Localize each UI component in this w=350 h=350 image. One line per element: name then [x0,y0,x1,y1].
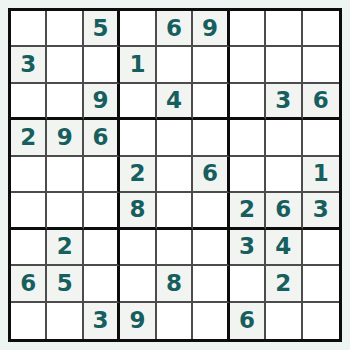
cell-r3c3: 9 [84,84,120,120]
cell-r8c1: 6 [11,266,47,302]
sudoku-board-container: 56931943629626182632346582396 [8,8,342,342]
cell-r4c9[interactable] [303,120,339,156]
cell-r5c6: 6 [193,157,229,193]
cell-r7c7: 3 [230,230,266,266]
cell-r1c2[interactable] [47,11,83,47]
cell-r7c4[interactable] [120,230,156,266]
cell-r4c2: 9 [47,120,83,156]
cell-r9c7: 6 [230,303,266,339]
cell-r4c4[interactable] [120,120,156,156]
cell-r1c8[interactable] [266,11,302,47]
cell-r4c5[interactable] [157,120,193,156]
cell-r5c4: 2 [120,157,156,193]
cell-r6c9: 3 [303,193,339,229]
cell-r9c2[interactable] [47,303,83,339]
cell-r9c4: 9 [120,303,156,339]
cell-r2c2[interactable] [47,47,83,83]
cell-r3c6[interactable] [193,84,229,120]
cell-r6c8: 6 [266,193,302,229]
cell-r1c9[interactable] [303,11,339,47]
cell-r8c3[interactable] [84,266,120,302]
cell-r8c7[interactable] [230,266,266,302]
cell-r6c3[interactable] [84,193,120,229]
cell-r6c4: 8 [120,193,156,229]
cell-r2c3[interactable] [84,47,120,83]
cell-r9c9[interactable] [303,303,339,339]
cell-r1c6: 9 [193,11,229,47]
cell-r2c7[interactable] [230,47,266,83]
cell-r2c9[interactable] [303,47,339,83]
cell-r4c1: 2 [11,120,47,156]
cell-r1c7[interactable] [230,11,266,47]
cell-r6c7: 2 [230,193,266,229]
cell-r6c1[interactable] [11,193,47,229]
cell-r7c5[interactable] [157,230,193,266]
cell-r5c3[interactable] [84,157,120,193]
cell-r3c8: 3 [266,84,302,120]
cell-r4c3: 6 [84,120,120,156]
cell-r4c6[interactable] [193,120,229,156]
cell-r3c9: 6 [303,84,339,120]
cell-r3c5: 4 [157,84,193,120]
cell-r3c7[interactable] [230,84,266,120]
cell-r8c5: 8 [157,266,193,302]
cell-r8c9[interactable] [303,266,339,302]
cell-r1c4[interactable] [120,11,156,47]
cell-r5c2[interactable] [47,157,83,193]
cell-r6c6[interactable] [193,193,229,229]
cell-r2c1: 3 [11,47,47,83]
cell-r5c5[interactable] [157,157,193,193]
cell-r8c6[interactable] [193,266,229,302]
cell-r3c1[interactable] [11,84,47,120]
cell-r5c7[interactable] [230,157,266,193]
sudoku-board: 56931943629626182632346582396 [8,8,342,342]
cell-r2c8[interactable] [266,47,302,83]
cell-r4c7[interactable] [230,120,266,156]
cell-r2c4: 1 [120,47,156,83]
cell-r7c1[interactable] [11,230,47,266]
cell-r8c8: 2 [266,266,302,302]
cell-r8c4[interactable] [120,266,156,302]
cell-r9c1[interactable] [11,303,47,339]
cell-r4c8[interactable] [266,120,302,156]
cell-r7c3[interactable] [84,230,120,266]
cell-r3c2[interactable] [47,84,83,120]
cell-r8c2: 5 [47,266,83,302]
cell-r9c6[interactable] [193,303,229,339]
cell-r9c3: 3 [84,303,120,339]
cell-r7c6[interactable] [193,230,229,266]
cell-r2c6[interactable] [193,47,229,83]
cell-r5c8[interactable] [266,157,302,193]
cell-r6c5[interactable] [157,193,193,229]
cell-r7c8: 4 [266,230,302,266]
cell-r1c3: 5 [84,11,120,47]
cell-r1c5: 6 [157,11,193,47]
cell-r7c9[interactable] [303,230,339,266]
cell-r6c2[interactable] [47,193,83,229]
cell-r7c2: 2 [47,230,83,266]
cell-r9c8[interactable] [266,303,302,339]
cell-r3c4[interactable] [120,84,156,120]
cell-r5c1[interactable] [11,157,47,193]
cell-r9c5[interactable] [157,303,193,339]
cell-r1c1[interactable] [11,11,47,47]
cell-r5c9: 1 [303,157,339,193]
cell-r2c5[interactable] [157,47,193,83]
